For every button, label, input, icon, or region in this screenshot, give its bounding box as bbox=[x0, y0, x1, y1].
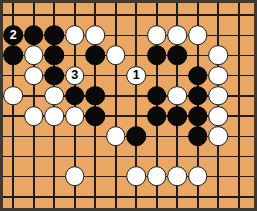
intersection bbox=[3, 187, 24, 207]
intersection bbox=[106, 5, 127, 25]
intersection bbox=[65, 25, 86, 45]
intersection bbox=[44, 45, 65, 65]
white-stone bbox=[24, 46, 44, 66]
intersection: 1 bbox=[126, 65, 147, 85]
intersection bbox=[208, 146, 229, 166]
intersection bbox=[167, 126, 188, 146]
white-stone bbox=[106, 46, 126, 66]
black-stone bbox=[85, 46, 105, 66]
intersection bbox=[44, 187, 65, 207]
move-number-label: 1 bbox=[133, 69, 140, 82]
white-stone bbox=[208, 86, 228, 106]
intersection bbox=[229, 187, 250, 207]
white-stone bbox=[126, 167, 146, 187]
intersection bbox=[3, 65, 24, 85]
intersection bbox=[3, 166, 24, 186]
black-stone: 2 bbox=[3, 25, 23, 45]
intersection bbox=[188, 146, 209, 166]
intersection bbox=[44, 146, 65, 166]
intersection bbox=[147, 86, 168, 106]
intersection bbox=[126, 86, 147, 106]
intersection bbox=[167, 45, 188, 65]
white-stone bbox=[147, 25, 167, 45]
intersection bbox=[229, 146, 250, 166]
white-stone bbox=[208, 126, 228, 146]
black-stone bbox=[44, 46, 64, 66]
intersection bbox=[24, 45, 45, 65]
intersection bbox=[3, 86, 24, 106]
intersection bbox=[85, 146, 106, 166]
intersection bbox=[188, 166, 209, 186]
intersection bbox=[24, 86, 45, 106]
intersection bbox=[65, 5, 86, 25]
black-stone bbox=[147, 106, 167, 126]
intersection bbox=[208, 106, 229, 126]
black-stone bbox=[126, 126, 146, 146]
intersection bbox=[44, 25, 65, 45]
intersection bbox=[188, 45, 209, 65]
intersection bbox=[85, 25, 106, 45]
intersection bbox=[85, 86, 106, 106]
intersection bbox=[126, 25, 147, 45]
intersection bbox=[3, 146, 24, 166]
white-stone bbox=[3, 86, 23, 106]
intersection bbox=[106, 45, 127, 65]
intersection bbox=[208, 166, 229, 186]
intersection bbox=[24, 25, 45, 45]
white-stone bbox=[65, 167, 85, 187]
intersection bbox=[208, 45, 229, 65]
intersection: 3 bbox=[65, 65, 86, 85]
move-number-label: 3 bbox=[71, 69, 78, 82]
intersection bbox=[106, 106, 127, 126]
intersection bbox=[167, 146, 188, 166]
intersection bbox=[147, 25, 168, 45]
intersection bbox=[208, 187, 229, 207]
go-grid: 231 bbox=[3, 5, 249, 207]
black-stone bbox=[147, 46, 167, 66]
white-stone bbox=[106, 126, 126, 146]
intersection bbox=[147, 5, 168, 25]
intersection bbox=[3, 126, 24, 146]
intersection bbox=[24, 106, 45, 126]
intersection bbox=[24, 65, 45, 85]
intersection bbox=[85, 65, 106, 85]
white-stone bbox=[208, 46, 228, 66]
intersection bbox=[147, 45, 168, 65]
intersection bbox=[24, 187, 45, 207]
intersection bbox=[126, 146, 147, 166]
black-stone bbox=[188, 66, 208, 86]
intersection bbox=[85, 5, 106, 25]
intersection bbox=[126, 126, 147, 146]
white-stone bbox=[208, 106, 228, 126]
white-stone bbox=[208, 66, 228, 86]
white-stone bbox=[167, 86, 187, 106]
white-stone bbox=[147, 167, 167, 187]
intersection bbox=[147, 187, 168, 207]
intersection bbox=[65, 86, 86, 106]
intersection bbox=[188, 86, 209, 106]
black-stone bbox=[3, 46, 23, 66]
white-stone bbox=[24, 106, 44, 126]
intersection bbox=[208, 65, 229, 85]
intersection bbox=[188, 65, 209, 85]
intersection bbox=[167, 166, 188, 186]
white-stone bbox=[65, 106, 85, 126]
intersection bbox=[229, 25, 250, 45]
intersection bbox=[3, 106, 24, 126]
white-stone bbox=[65, 25, 85, 45]
intersection bbox=[229, 65, 250, 85]
intersection bbox=[147, 65, 168, 85]
intersection bbox=[44, 166, 65, 186]
intersection bbox=[147, 106, 168, 126]
intersection bbox=[65, 166, 86, 186]
intersection bbox=[85, 45, 106, 65]
intersection bbox=[167, 187, 188, 207]
white-stone: 1 bbox=[126, 66, 146, 86]
intersection bbox=[167, 5, 188, 25]
white-stone: 3 bbox=[65, 66, 85, 86]
intersection bbox=[229, 166, 250, 186]
intersection bbox=[65, 146, 86, 166]
go-board-inner: 231 bbox=[3, 3, 254, 208]
white-stone bbox=[24, 66, 44, 86]
intersection bbox=[126, 187, 147, 207]
black-stone bbox=[188, 106, 208, 126]
intersection bbox=[44, 65, 65, 85]
white-stone bbox=[44, 86, 64, 106]
white-stone bbox=[85, 25, 105, 45]
black-stone bbox=[85, 106, 105, 126]
intersection bbox=[24, 126, 45, 146]
intersection bbox=[229, 126, 250, 146]
intersection bbox=[85, 106, 106, 126]
intersection bbox=[208, 5, 229, 25]
black-stone bbox=[44, 66, 64, 86]
intersection bbox=[44, 106, 65, 126]
black-stone bbox=[85, 86, 105, 106]
white-stone bbox=[167, 167, 187, 187]
intersection bbox=[147, 166, 168, 186]
intersection bbox=[106, 126, 127, 146]
black-stone bbox=[188, 126, 208, 146]
black-stone bbox=[188, 86, 208, 106]
intersection bbox=[229, 106, 250, 126]
black-stone bbox=[147, 86, 167, 106]
intersection bbox=[106, 187, 127, 207]
white-stone bbox=[167, 25, 187, 45]
intersection bbox=[126, 106, 147, 126]
intersection bbox=[106, 65, 127, 85]
black-stone bbox=[65, 86, 85, 106]
intersection bbox=[188, 5, 209, 25]
intersection bbox=[65, 45, 86, 65]
intersection bbox=[167, 25, 188, 45]
intersection bbox=[147, 126, 168, 146]
intersection bbox=[229, 86, 250, 106]
intersection bbox=[3, 5, 24, 25]
white-stone bbox=[188, 167, 208, 187]
intersection: 2 bbox=[3, 25, 24, 45]
intersection bbox=[229, 45, 250, 65]
intersection bbox=[106, 86, 127, 106]
go-diagram-page: { "game": "go", "diagram_title": "Go pos… bbox=[0, 0, 257, 211]
intersection bbox=[208, 25, 229, 45]
intersection bbox=[208, 126, 229, 146]
intersection bbox=[188, 187, 209, 207]
intersection bbox=[65, 126, 86, 146]
intersection bbox=[147, 146, 168, 166]
intersection bbox=[3, 45, 24, 65]
intersection bbox=[229, 5, 250, 25]
intersection bbox=[126, 45, 147, 65]
intersection bbox=[85, 187, 106, 207]
intersection bbox=[188, 106, 209, 126]
intersection bbox=[167, 86, 188, 106]
intersection bbox=[85, 126, 106, 146]
black-stone bbox=[167, 106, 187, 126]
go-board: 231 bbox=[0, 0, 257, 211]
white-stone bbox=[44, 106, 64, 126]
intersection bbox=[44, 126, 65, 146]
intersection bbox=[188, 25, 209, 45]
intersection bbox=[106, 25, 127, 45]
intersection bbox=[106, 146, 127, 166]
intersection bbox=[24, 146, 45, 166]
intersection bbox=[44, 5, 65, 25]
black-stone bbox=[44, 25, 64, 45]
intersection bbox=[167, 106, 188, 126]
white-stone bbox=[188, 25, 208, 45]
move-number-label: 2 bbox=[10, 29, 17, 42]
intersection bbox=[65, 106, 86, 126]
intersection bbox=[188, 126, 209, 146]
intersection bbox=[65, 187, 86, 207]
intersection bbox=[208, 86, 229, 106]
intersection bbox=[24, 166, 45, 186]
intersection bbox=[24, 5, 45, 25]
intersection bbox=[126, 166, 147, 186]
black-stone bbox=[167, 46, 187, 66]
intersection bbox=[167, 65, 188, 85]
intersection bbox=[44, 86, 65, 106]
intersection bbox=[126, 5, 147, 25]
intersection bbox=[85, 166, 106, 186]
black-stone bbox=[24, 25, 44, 45]
intersection bbox=[106, 166, 127, 186]
